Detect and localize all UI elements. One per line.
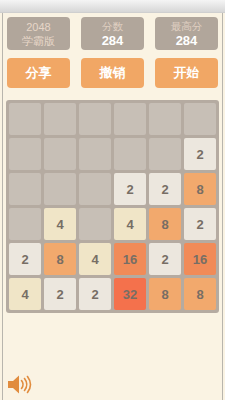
app-title-line1: 2048 (26, 20, 50, 34)
best-score-label: 最高分 (171, 19, 203, 33)
tile-16: 16 (184, 243, 216, 275)
score-box: 分数 284 (81, 17, 144, 50)
tile-8: 8 (149, 278, 181, 310)
tile-2: 2 (9, 243, 41, 275)
empty-cell (44, 138, 76, 170)
tile-8: 8 (149, 208, 181, 240)
title-box: 2048 学霸版 (7, 17, 70, 50)
status-bar (0, 0, 225, 13)
empty-cell (9, 138, 41, 170)
empty-cell (149, 138, 181, 170)
empty-cell (184, 103, 216, 135)
empty-cell (149, 103, 181, 135)
empty-cell (79, 103, 111, 135)
tile-2: 2 (44, 278, 76, 310)
empty-cell (9, 173, 41, 205)
game-board[interactable]: 22284482284162164223288 (6, 100, 219, 313)
empty-cell (114, 103, 146, 135)
tile-16: 16 (114, 243, 146, 275)
app-screen: 2048 学霸版 分数 284 最高分 284 分享 撤销 开始 2228448… (0, 0, 225, 400)
right-edge-border (222, 13, 223, 400)
tile-8: 8 (44, 243, 76, 275)
score-label: 分数 (102, 19, 123, 33)
left-edge-border (2, 13, 3, 400)
tile-2: 2 (79, 278, 111, 310)
empty-cell (9, 103, 41, 135)
tile-2: 2 (149, 173, 181, 205)
tile-4: 4 (44, 208, 76, 240)
tile-4: 4 (114, 208, 146, 240)
empty-cell (79, 173, 111, 205)
empty-cell (9, 208, 41, 240)
tile-32: 32 (114, 278, 146, 310)
start-button[interactable]: 开始 (155, 58, 218, 88)
tile-2: 2 (184, 138, 216, 170)
empty-cell (79, 208, 111, 240)
sound-toggle[interactable] (7, 373, 33, 396)
tile-8: 8 (184, 278, 216, 310)
score-value: 284 (102, 33, 124, 48)
app-title-line2: 学霸版 (22, 34, 55, 48)
share-button[interactable]: 分享 (7, 58, 70, 88)
tile-2: 2 (114, 173, 146, 205)
best-score-box: 最高分 284 (155, 17, 218, 50)
tile-4: 4 (9, 278, 41, 310)
empty-cell (44, 173, 76, 205)
undo-button[interactable]: 撤销 (81, 58, 144, 88)
tile-8: 8 (184, 173, 216, 205)
empty-cell (44, 103, 76, 135)
tile-4: 4 (79, 243, 111, 275)
tile-2: 2 (149, 243, 181, 275)
toolbar: 分享 撤销 开始 (7, 58, 218, 88)
speaker-on-icon (7, 373, 33, 396)
header: 2048 学霸版 分数 284 最高分 284 (7, 17, 218, 50)
best-score-value: 284 (176, 33, 198, 48)
tile-2: 2 (184, 208, 216, 240)
empty-cell (114, 138, 146, 170)
empty-cell (79, 138, 111, 170)
